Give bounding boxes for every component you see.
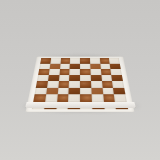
- board-square: [114, 94, 127, 101]
- product-photo: [0, 0, 160, 160]
- board-square: [69, 87, 80, 94]
- board-square: [91, 87, 103, 94]
- board-square: [57, 87, 69, 94]
- board-square: [80, 94, 92, 101]
- board-square: [103, 94, 115, 101]
- board-grid: [32, 58, 128, 109]
- board-square: [46, 87, 58, 94]
- perspective-scene: [0, 0, 160, 160]
- board-front-edge: [25, 102, 136, 108]
- board-square: [91, 94, 103, 101]
- board-square: [80, 87, 91, 94]
- board-square: [57, 94, 69, 101]
- board-square: [45, 94, 57, 101]
- board-square: [113, 87, 125, 94]
- board-square: [68, 94, 80, 101]
- board-square: [102, 87, 114, 94]
